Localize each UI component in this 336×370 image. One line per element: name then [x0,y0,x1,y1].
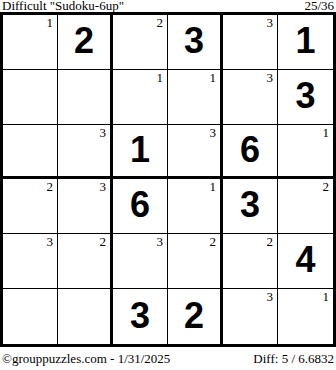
given-digit: 1 [130,132,150,168]
cell-r3c6[interactable]: 1 [278,125,333,180]
cell-r5c2[interactable]: 2 [58,234,113,289]
cell-r1c5[interactable]: 3 [223,15,278,70]
cell-r1c6[interactable]: 1 [278,15,333,70]
footer: ©grouppuzzles.com - 1/31/2025 Diff: 5 / … [0,352,336,366]
corner-mark: 2 [47,180,54,193]
difficulty-text: Diff: 5 / 6.6832 [253,352,334,366]
cell-r4c4[interactable]: 1 [168,179,223,234]
given-digit: 3 [130,298,150,334]
header: Difficult "Sudoku-6up" 25/36 [0,0,336,12]
copyright-text: ©grouppuzzles.com - 1/31/2025 [2,352,170,366]
cell-r6c2[interactable] [58,289,113,344]
corner-mark: 1 [157,71,164,84]
corner-mark: 3 [47,235,54,248]
cell-r1c4[interactable]: 3 [168,15,223,70]
corner-mark: 2 [210,235,217,248]
corner-mark: 1 [210,180,217,193]
given-digit: 6 [240,132,260,168]
corner-mark: 1 [323,126,330,139]
corner-mark: 2 [100,235,107,248]
corner-mark: 3 [100,180,107,193]
given-digit: 2 [74,23,94,59]
corner-mark: 3 [210,126,217,139]
cell-r5c4[interactable]: 2 [168,234,223,289]
given-digit: 4 [295,242,315,278]
cell-r3c3[interactable]: 1 [113,125,168,180]
page-indicator: 25/36 [304,0,334,12]
corner-mark: 2 [267,235,274,248]
cell-r3c2[interactable]: 3 [58,125,113,180]
cell-r1c3[interactable]: 2 [113,15,168,70]
cell-r1c2[interactable]: 2 [58,15,113,70]
cell-r5c3[interactable]: 3 [113,234,168,289]
given-digit: 3 [295,78,315,114]
given-digit: 1 [295,23,315,59]
cell-r4c1[interactable]: 2 [3,179,58,234]
corner-mark: 3 [267,16,274,29]
cell-r4c6[interactable]: 2 [278,179,333,234]
cell-r2c5[interactable]: 3 [223,70,278,125]
cell-r2c4[interactable]: 1 [168,70,223,125]
cell-r4c5[interactable]: 3 [223,179,278,234]
puzzle-page: Difficult "Sudoku-6up" 25/36 12233111333… [0,0,336,370]
given-digit: 2 [184,298,204,334]
cell-r3c4[interactable]: 3 [168,125,223,180]
corner-mark: 3 [267,71,274,84]
cell-r2c2[interactable] [58,70,113,125]
cell-r6c1[interactable] [3,289,58,344]
given-digit: 6 [130,187,150,223]
cell-r4c2[interactable]: 3 [58,179,113,234]
corner-mark: 2 [157,16,164,29]
corner-mark: 2 [323,180,330,193]
cell-r2c1[interactable] [3,70,58,125]
given-digit: 3 [240,187,260,223]
cell-r2c6[interactable]: 3 [278,70,333,125]
corner-mark: 1 [47,16,54,29]
corner-mark: 1 [210,71,217,84]
given-digit: 3 [184,23,204,59]
cell-r3c1[interactable] [3,125,58,180]
cell-r5c5[interactable]: 2 [223,234,278,289]
cell-r6c3[interactable]: 3 [113,289,168,344]
sudoku-board: 1223311133313612361323232243231 [0,12,336,347]
cell-r3c5[interactable]: 6 [223,125,278,180]
cell-r6c6[interactable]: 1 [278,289,333,344]
cell-r1c1[interactable]: 1 [3,15,58,70]
cell-r4c3[interactable]: 6 [113,179,168,234]
corner-mark: 3 [157,235,164,248]
cell-r5c1[interactable]: 3 [3,234,58,289]
corner-mark: 1 [323,290,330,303]
cell-r6c5[interactable]: 3 [223,289,278,344]
cell-r6c4[interactable]: 2 [168,289,223,344]
corner-mark: 3 [100,126,107,139]
corner-mark: 3 [267,290,274,303]
puzzle-title: Difficult "Sudoku-6up" [2,0,124,12]
cell-r5c6[interactable]: 4 [278,234,333,289]
cell-r2c3[interactable]: 1 [113,70,168,125]
